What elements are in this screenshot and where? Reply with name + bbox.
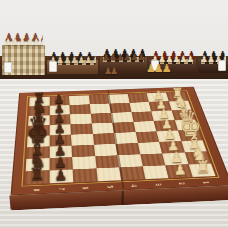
square-f3[interactable] xyxy=(137,142,162,154)
square-a5[interactable] xyxy=(88,95,109,105)
square-f5[interactable] xyxy=(94,144,118,156)
square-h6[interactable] xyxy=(73,168,98,182)
square-c5[interactable] xyxy=(90,113,112,124)
square-h7[interactable]: ♟ xyxy=(49,169,73,183)
square-g6[interactable] xyxy=(72,156,96,169)
square-g4[interactable] xyxy=(117,154,142,167)
white-rook-piece[interactable]: ♜ xyxy=(196,159,211,176)
square-h4[interactable] xyxy=(119,166,145,180)
square-f6[interactable] xyxy=(71,145,94,157)
square-h2[interactable]: ♟ xyxy=(165,164,192,178)
photo-scene: ♟♟♟♟♟♟♟♟ ♟♟♟♟♟♟♟♟ ♟♟♟♟♟♟♟♟ ♟♟♟♟♟♟♟♟ ♟♟♟♟… xyxy=(0,0,228,228)
black-rook-piece[interactable]: ♜ xyxy=(29,166,45,183)
square-h5[interactable] xyxy=(96,167,121,181)
black-pawn-piece[interactable]: ♟ xyxy=(54,167,68,182)
square-g3[interactable] xyxy=(140,153,166,166)
square-h8[interactable]: ♜ xyxy=(25,170,49,184)
square-h1[interactable]: ♜ xyxy=(188,163,215,177)
square-h3[interactable] xyxy=(142,165,168,179)
square-e5[interactable] xyxy=(92,133,115,145)
square-d6[interactable] xyxy=(70,123,92,134)
chess-board-scene: ♜♟♟♜♞♟♟♞♝♟♟♝♛♟♟♛♚♟♟♚♝♟♟♝♞♟♟♞♜♟♟♜ 8765432… xyxy=(0,30,228,226)
square-d4[interactable] xyxy=(112,122,135,133)
white-pawn-piece[interactable]: ♟ xyxy=(173,162,186,177)
square-e3[interactable] xyxy=(135,131,159,143)
square-g5[interactable] xyxy=(95,155,119,168)
square-d3[interactable] xyxy=(133,121,156,132)
square-f4[interactable] xyxy=(116,143,140,155)
square-c4[interactable] xyxy=(111,112,133,123)
chess-board[interactable]: ♜♟♟♜♞♟♟♞♝♟♟♝♛♟♟♛♚♟♟♚♝♟♟♝♞♟♟♞♜♟♟♜ 8765432… xyxy=(10,87,228,196)
